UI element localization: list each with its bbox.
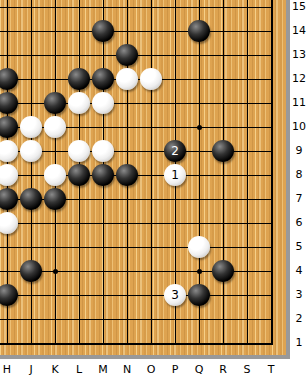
- black-stone-R9[interactable]: [212, 140, 234, 162]
- grid-line-row-5: [0, 247, 273, 248]
- black-stone-Q14[interactable]: [188, 20, 210, 42]
- column-label-R: R: [211, 362, 235, 378]
- go-board[interactable]: 213: [0, 0, 286, 355]
- column-label-N: N: [115, 362, 139, 378]
- column-label-S: S: [235, 362, 259, 378]
- grid-line-col-O: [151, 0, 152, 345]
- black-stone-L8[interactable]: [68, 164, 90, 186]
- row-label-5: 5: [290, 239, 308, 255]
- row-label-3: 3: [290, 287, 308, 303]
- black-stone-L12[interactable]: [68, 68, 90, 90]
- black-stone-H12[interactable]: [0, 68, 18, 90]
- move-number-3: 3: [171, 289, 179, 301]
- white-stone-N12[interactable]: [116, 68, 138, 90]
- black-stone-H3[interactable]: [0, 284, 18, 306]
- black-stone-J4[interactable]: [20, 260, 42, 282]
- column-label-J: J: [19, 362, 43, 378]
- black-stone-M14[interactable]: [92, 20, 114, 42]
- white-stone-H8[interactable]: [0, 164, 18, 186]
- black-stone-H10[interactable]: [0, 116, 18, 138]
- white-stone-H9[interactable]: [0, 140, 18, 162]
- white-stone-K10[interactable]: [44, 116, 66, 138]
- go-diagram-screen: 213 HJKLMNOPQRST 151413121110987654321: [0, 0, 308, 380]
- black-stone-N13[interactable]: [116, 44, 138, 66]
- grid-line-row-14: [0, 31, 273, 32]
- black-stone-K7[interactable]: [44, 188, 66, 210]
- black-stone-P9[interactable]: 2: [164, 140, 186, 162]
- white-stone-H6[interactable]: [0, 212, 18, 234]
- star-point-Q4: [197, 269, 202, 274]
- row-label-10: 10: [290, 119, 308, 135]
- white-stone-J9[interactable]: [20, 140, 42, 162]
- row-label-12: 12: [290, 71, 308, 87]
- row-label-14: 14: [290, 23, 308, 39]
- black-stone-M12[interactable]: [92, 68, 114, 90]
- white-stone-P3[interactable]: 3: [164, 284, 186, 306]
- black-stone-J7[interactable]: [20, 188, 42, 210]
- grid-line-col-R: [223, 0, 224, 345]
- white-stone-J10[interactable]: [20, 116, 42, 138]
- grid-line-col-S: [247, 0, 248, 345]
- white-stone-L9[interactable]: [68, 140, 90, 162]
- grid-line-col-T: [271, 0, 273, 345]
- grid-line-row-6: [0, 223, 273, 224]
- white-stone-K8[interactable]: [44, 164, 66, 186]
- black-stone-H11[interactable]: [0, 92, 18, 114]
- board-shadow-bottom: [0, 355, 290, 359]
- column-label-P: P: [163, 362, 187, 378]
- white-stone-P8[interactable]: 1: [164, 164, 186, 186]
- row-label-8: 8: [290, 167, 308, 183]
- grid-line-row-11: [0, 103, 273, 104]
- black-stone-R4[interactable]: [212, 260, 234, 282]
- white-stone-M9[interactable]: [92, 140, 114, 162]
- row-label-4: 4: [290, 263, 308, 279]
- row-label-9: 9: [290, 143, 308, 159]
- white-stone-M11[interactable]: [92, 92, 114, 114]
- grid-line-col-J: [31, 0, 32, 345]
- column-label-O: O: [139, 362, 163, 378]
- grid-line-row-1: [0, 343, 273, 345]
- column-label-H: H: [0, 362, 19, 378]
- black-stone-K11[interactable]: [44, 92, 66, 114]
- column-label-T: T: [259, 362, 283, 378]
- column-label-L: L: [67, 362, 91, 378]
- row-label-7: 7: [290, 191, 308, 207]
- star-point-K4: [53, 269, 58, 274]
- white-stone-Q5[interactable]: [188, 236, 210, 258]
- row-label-13: 13: [290, 47, 308, 63]
- row-label-11: 11: [290, 95, 308, 111]
- row-label-6: 6: [290, 215, 308, 231]
- column-label-M: M: [91, 362, 115, 378]
- row-label-2: 2: [290, 311, 308, 327]
- grid-line-row-15: [0, 7, 273, 8]
- star-point-Q10: [197, 125, 202, 130]
- row-label-1: 1: [290, 335, 308, 351]
- black-stone-H7[interactable]: [0, 188, 18, 210]
- black-stone-M8[interactable]: [92, 164, 114, 186]
- black-stone-Q3[interactable]: [188, 284, 210, 306]
- column-label-Q: Q: [187, 362, 211, 378]
- column-label-K: K: [43, 362, 67, 378]
- move-number-1: 1: [171, 169, 179, 181]
- grid-line-row-3: [0, 295, 273, 296]
- row-label-15: 15: [290, 0, 308, 15]
- white-stone-O12[interactable]: [140, 68, 162, 90]
- move-number-2: 2: [171, 145, 179, 157]
- grid-line-row-2: [0, 319, 273, 320]
- white-stone-L11[interactable]: [68, 92, 90, 114]
- black-stone-N8[interactable]: [116, 164, 138, 186]
